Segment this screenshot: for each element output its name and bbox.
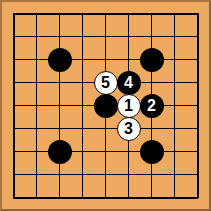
intersection-r9c7[interactable] (140, 186, 163, 209)
intersection-r1c3[interactable] (48, 2, 71, 25)
grid-line-horizontal (25, 13, 48, 15)
intersection-r8c5[interactable] (94, 163, 117, 186)
intersection-r7c6[interactable] (117, 140, 140, 163)
intersection-r8c3[interactable] (48, 163, 71, 186)
grid-line-horizontal (117, 13, 140, 15)
grid-line-horizontal (71, 105, 94, 107)
black-stone-move-4: 4 (117, 71, 141, 95)
black-stone (48, 48, 72, 72)
intersection-r9c9[interactable] (186, 186, 209, 209)
intersection-r5c5[interactable] (94, 94, 117, 117)
go-board: 54123 (0, 0, 211, 211)
intersection-r1c4[interactable] (71, 2, 94, 25)
intersection-r4c7[interactable] (140, 71, 163, 94)
intersection-r8c6[interactable] (117, 163, 140, 186)
intersection-r1c9[interactable] (186, 2, 209, 25)
grid-line-horizontal (186, 197, 198, 199)
intersection-r6c9[interactable] (186, 117, 209, 140)
grid-line-horizontal (163, 36, 186, 38)
intersection-r3c1[interactable] (2, 48, 25, 71)
intersection-r6c6[interactable]: 3 (117, 117, 140, 140)
grid-line-horizontal (163, 59, 186, 61)
grid-line-horizontal (13, 174, 25, 176)
grid-line-horizontal (186, 82, 198, 84)
grid-line-horizontal (25, 174, 48, 176)
grid-line-horizontal (94, 13, 117, 15)
grid-line-horizontal (71, 13, 94, 15)
intersection-r2c8[interactable] (163, 25, 186, 48)
intersection-r3c2[interactable] (25, 48, 48, 71)
intersection-r8c4[interactable] (71, 163, 94, 186)
intersection-r5c2[interactable] (25, 94, 48, 117)
intersection-r5c6[interactable]: 1 (117, 94, 140, 117)
intersection-r9c4[interactable] (71, 186, 94, 209)
intersection-r4c5[interactable]: 5 (94, 71, 117, 94)
intersection-r2c3[interactable] (48, 25, 71, 48)
grid-line-horizontal (186, 59, 198, 61)
intersection-r6c2[interactable] (25, 117, 48, 140)
black-stone-move-2: 2 (140, 94, 164, 118)
intersection-r4c6[interactable]: 4 (117, 71, 140, 94)
white-stone-move-1: 1 (117, 94, 141, 118)
intersection-r2c6[interactable] (117, 25, 140, 48)
grid-line-horizontal (48, 13, 71, 15)
grid-line-horizontal (94, 59, 117, 61)
intersection-r1c5[interactable] (94, 2, 117, 25)
grid-line-horizontal (71, 128, 94, 130)
grid-line-horizontal (94, 151, 117, 153)
grid-line-horizontal (94, 128, 117, 130)
grid-line-horizontal (25, 128, 48, 130)
intersection-r5c4[interactable] (71, 94, 94, 117)
grid-line-horizontal (117, 36, 140, 38)
intersection-r4c4[interactable] (71, 71, 94, 94)
grid-line-horizontal (48, 36, 71, 38)
grid-line-horizontal (71, 151, 94, 153)
intersection-r6c5[interactable] (94, 117, 117, 140)
grid-line-horizontal (186, 151, 198, 153)
intersection-r3c7[interactable] (140, 48, 163, 71)
intersection-r9c2[interactable] (25, 186, 48, 209)
intersection-r2c2[interactable] (25, 25, 48, 48)
intersection-r7c2[interactable] (25, 140, 48, 163)
intersection-r6c8[interactable] (163, 117, 186, 140)
intersection-r7c8[interactable] (163, 140, 186, 163)
grid-line-horizontal (13, 128, 25, 130)
black-stone (48, 140, 72, 164)
intersection-r8c2[interactable] (25, 163, 48, 186)
grid-line-horizontal (25, 82, 48, 84)
grid-line-horizontal (25, 36, 48, 38)
intersection-r9c1[interactable] (2, 186, 25, 209)
grid-line-horizontal (13, 82, 25, 84)
intersection-r3c8[interactable] (163, 48, 186, 71)
intersection-r6c1[interactable] (2, 117, 25, 140)
intersection-r9c6[interactable] (117, 186, 140, 209)
intersection-r7c7[interactable] (140, 140, 163, 163)
white-stone-move-3: 3 (117, 117, 141, 141)
grid-line-vertical (197, 13, 199, 25)
grid-line-horizontal (117, 174, 140, 176)
grid-line-horizontal (94, 36, 117, 38)
intersection-r6c3[interactable] (48, 117, 71, 140)
grid-line-horizontal (94, 197, 117, 199)
intersection-r3c6[interactable] (117, 48, 140, 71)
grid-line-vertical (82, 13, 84, 25)
intersection-r5c1[interactable] (2, 94, 25, 117)
grid-line-horizontal (117, 151, 140, 153)
grid-line-horizontal (186, 105, 198, 107)
grid-line-horizontal (140, 82, 163, 84)
grid-line-horizontal (186, 174, 198, 176)
grid-line-horizontal (25, 197, 48, 199)
intersection-r4c3[interactable] (48, 71, 71, 94)
intersection-r1c7[interactable] (140, 2, 163, 25)
intersection-r4c1[interactable] (2, 71, 25, 94)
grid-line-vertical (105, 13, 107, 25)
intersection-r3c5[interactable] (94, 48, 117, 71)
grid-line-horizontal (140, 174, 163, 176)
grid-line-horizontal (140, 128, 163, 130)
intersection-r1c2[interactable] (25, 2, 48, 25)
grid-line-horizontal (48, 174, 71, 176)
grid-line-horizontal (140, 13, 163, 15)
intersection-r6c4[interactable] (71, 117, 94, 140)
intersection-r2c9[interactable] (186, 25, 209, 48)
grid-line-horizontal (94, 174, 117, 176)
intersection-r6c7[interactable] (140, 117, 163, 140)
white-stone-move-5: 5 (94, 71, 118, 95)
intersection-r3c3[interactable] (48, 48, 71, 71)
black-stone (94, 94, 118, 118)
intersection-r1c8[interactable] (163, 2, 186, 25)
intersection-r2c5[interactable] (94, 25, 117, 48)
grid-line-horizontal (163, 197, 186, 199)
intersection-r9c3[interactable] (48, 186, 71, 209)
grid-line-horizontal (48, 105, 71, 107)
grid-line-horizontal (48, 128, 71, 130)
intersection-r2c7[interactable] (140, 25, 163, 48)
grid-line-horizontal (13, 13, 25, 15)
grid-line-horizontal (140, 197, 163, 199)
grid-line-horizontal (13, 36, 25, 38)
grid-line-vertical (13, 13, 15, 25)
intersection-r5c9[interactable] (186, 94, 209, 117)
intersection-r3c9[interactable] (186, 48, 209, 71)
intersection-r2c1[interactable] (2, 25, 25, 48)
black-stone (140, 140, 164, 164)
intersection-r4c9[interactable] (186, 71, 209, 94)
intersection-r4c2[interactable] (25, 71, 48, 94)
grid-line-horizontal (25, 59, 48, 61)
grid-line-horizontal (13, 105, 25, 107)
black-stone (140, 48, 164, 72)
grid-line-vertical (59, 13, 61, 25)
grid-line-horizontal (163, 128, 186, 130)
grid-line-horizontal (163, 82, 186, 84)
intersection-r7c9[interactable] (186, 140, 209, 163)
intersection-r4c8[interactable] (163, 71, 186, 94)
intersection-r8c1[interactable] (2, 163, 25, 186)
grid-line-horizontal (163, 151, 186, 153)
grid-line-horizontal (71, 36, 94, 38)
grid-line-horizontal (140, 36, 163, 38)
intersection-r9c5[interactable] (94, 186, 117, 209)
intersection-r5c3[interactable] (48, 94, 71, 117)
grid-line-horizontal (163, 174, 186, 176)
intersection-r8c8[interactable] (163, 163, 186, 186)
grid-line-horizontal (117, 197, 140, 199)
intersection-r7c1[interactable] (2, 140, 25, 163)
grid-line-vertical (36, 13, 38, 25)
grid-line-horizontal (186, 36, 198, 38)
grid-line-vertical (151, 13, 153, 25)
intersection-r7c5[interactable] (94, 140, 117, 163)
grid-line-horizontal (25, 151, 48, 153)
intersection-r7c4[interactable] (71, 140, 94, 163)
grid-line-horizontal (71, 174, 94, 176)
grid-line-horizontal (71, 82, 94, 84)
intersection-r8c9[interactable] (186, 163, 209, 186)
intersection-r2c4[interactable] (71, 25, 94, 48)
grid-line-vertical (174, 13, 176, 25)
intersection-r5c7[interactable]: 2 (140, 94, 163, 117)
grid-line-horizontal (71, 197, 94, 199)
grid-line-horizontal (48, 82, 71, 84)
grid-line-horizontal (13, 151, 25, 153)
grid-line-horizontal (13, 197, 25, 199)
intersection-r7c3[interactable] (48, 140, 71, 163)
grid-line-horizontal (48, 197, 71, 199)
intersection-r9c8[interactable] (163, 186, 186, 209)
grid-line-horizontal (25, 105, 48, 107)
grid-line-horizontal (13, 59, 25, 61)
intersection-r5c8[interactable] (163, 94, 186, 117)
intersection-r1c1[interactable] (2, 2, 25, 25)
intersection-r8c7[interactable] (140, 163, 163, 186)
grid-line-horizontal (71, 59, 94, 61)
grid-line-horizontal (186, 128, 198, 130)
grid-line-horizontal (117, 59, 140, 61)
grid-line-horizontal (163, 105, 186, 107)
grid-line-horizontal (163, 13, 186, 15)
go-board-grid: 54123 (2, 2, 209, 209)
intersection-r1c6[interactable] (117, 2, 140, 25)
intersection-r3c4[interactable] (71, 48, 94, 71)
grid-line-vertical (128, 13, 130, 25)
grid-line-horizontal (186, 13, 198, 15)
